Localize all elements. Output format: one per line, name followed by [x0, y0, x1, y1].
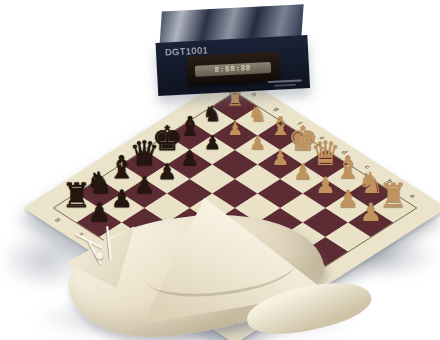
chess-clock-image: 8:88:88	[186, 52, 279, 86]
box-small-print	[268, 79, 302, 83]
box-small-print	[274, 84, 296, 87]
rank-label-5: 5	[121, 261, 131, 267]
chess-clock-box: DGT1001 8:88:88	[154, 4, 310, 96]
file-label-b: b	[385, 178, 395, 184]
file-label-c: c	[362, 164, 372, 170]
rank-label-6: 6	[98, 246, 108, 252]
file-label-h: h	[249, 91, 259, 97]
file-label-f: f	[295, 121, 303, 126]
file-label-e: e	[317, 135, 327, 141]
chessboard: 87654321abcdefgh	[23, 72, 440, 340]
rank-label-1: 1	[211, 319, 221, 325]
box-front-face: DGT1001 8:88:88	[156, 35, 311, 96]
rank-label-7: 7	[75, 232, 85, 238]
rank-label-4: 4	[143, 275, 153, 281]
file-label-g: g	[272, 106, 282, 112]
rank-label-2: 2	[189, 304, 199, 310]
file-label-d: d	[340, 149, 350, 155]
clock-display: 8:88:88	[195, 62, 271, 77]
rank-label-8: 8	[53, 217, 63, 223]
rank-label-3: 3	[166, 290, 176, 296]
file-label-a: a	[408, 193, 418, 199]
product-photo-stage: 87654321abcdefgh ♜♞♞♝♝♟♟♚♚♟♟♛♛♟♟♝♝♟♟♞♞♟♟…	[0, 0, 440, 340]
board-squares-grid	[54, 92, 416, 324]
